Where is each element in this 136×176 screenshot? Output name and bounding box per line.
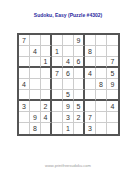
- cell-r2c6[interactable]: [74, 46, 85, 57]
- cell-r5c9-given[interactable]: 9: [107, 79, 118, 90]
- cell-r3c8[interactable]: [96, 57, 107, 68]
- cell-r4c1[interactable]: [19, 68, 30, 79]
- cell-r9c3[interactable]: [41, 123, 52, 134]
- cell-r8c6-given[interactable]: 2: [74, 112, 85, 123]
- sudoku-board: 794181467764548953295494327813: [17, 33, 120, 136]
- cell-r6c5-given[interactable]: 5: [63, 90, 74, 101]
- cell-r7c8[interactable]: [96, 101, 107, 112]
- cell-r2c3[interactable]: [41, 46, 52, 57]
- cell-r8c2-given[interactable]: 9: [30, 112, 41, 123]
- cell-r1c3[interactable]: [41, 35, 52, 46]
- cell-r8c3-given[interactable]: 4: [41, 112, 52, 123]
- cell-r6c3[interactable]: [41, 90, 52, 101]
- cell-r7c4[interactable]: [52, 101, 63, 112]
- cell-r9c4[interactable]: [52, 123, 63, 134]
- cell-r6c4[interactable]: [52, 90, 63, 101]
- cell-r9c6[interactable]: [74, 123, 85, 134]
- cell-r3c3-given[interactable]: 1: [41, 57, 52, 68]
- footer-url: www.printfreesudoku.com: [0, 163, 136, 168]
- cell-r6c9[interactable]: [107, 90, 118, 101]
- cell-r4c3[interactable]: [41, 68, 52, 79]
- cell-r8c7-given[interactable]: 7: [85, 112, 96, 123]
- sudoku-page: Sudoku, Easy (Puzzle #4302) 794181467764…: [0, 0, 136, 176]
- cell-r2c5[interactable]: [63, 46, 74, 57]
- cell-r5c8-given[interactable]: 8: [96, 79, 107, 90]
- cell-r1c6-given[interactable]: 9: [74, 35, 85, 46]
- cell-r9c7-given[interactable]: 3: [85, 123, 96, 134]
- cell-r3c6-given[interactable]: 6: [74, 57, 85, 68]
- cell-r5c7[interactable]: [85, 79, 96, 90]
- cell-r7c5-given[interactable]: 9: [63, 101, 74, 112]
- cell-r7c7[interactable]: [85, 101, 96, 112]
- cell-r1c9[interactable]: [107, 35, 118, 46]
- cell-r3c9-given[interactable]: 7: [107, 57, 118, 68]
- cell-r4c6[interactable]: [74, 68, 85, 79]
- cell-r4c4-given[interactable]: 7: [52, 68, 63, 79]
- cell-r2c8[interactable]: [96, 46, 107, 57]
- cell-r6c2[interactable]: [30, 90, 41, 101]
- cell-r4c7-given[interactable]: 4: [85, 68, 96, 79]
- cell-r2c2-given[interactable]: 4: [30, 46, 41, 57]
- cell-r8c9[interactable]: [107, 112, 118, 123]
- cell-r2c7-given[interactable]: 8: [85, 46, 96, 57]
- cell-r3c4[interactable]: [52, 57, 63, 68]
- cell-r1c5[interactable]: [63, 35, 74, 46]
- cell-r7c2[interactable]: [30, 101, 41, 112]
- page-title: Sudoku, Easy (Puzzle #4302): [0, 12, 136, 18]
- cell-r4c9-given[interactable]: 5: [107, 68, 118, 79]
- cell-r3c5-given[interactable]: 4: [63, 57, 74, 68]
- cell-r9c8[interactable]: [96, 123, 107, 134]
- cell-r7c3-given[interactable]: 2: [41, 101, 52, 112]
- cell-r7c1-given[interactable]: 3: [19, 101, 30, 112]
- cell-r8c5-given[interactable]: 3: [63, 112, 74, 123]
- cell-r5c6[interactable]: [74, 79, 85, 90]
- cell-r1c2[interactable]: [30, 35, 41, 46]
- cell-r9c9[interactable]: [107, 123, 118, 134]
- cell-r1c8[interactable]: [96, 35, 107, 46]
- cell-r8c8[interactable]: [96, 112, 107, 123]
- cell-r8c4[interactable]: [52, 112, 63, 123]
- cell-r6c1[interactable]: [19, 90, 30, 101]
- cell-r6c8[interactable]: [96, 90, 107, 101]
- cell-r4c2[interactable]: [30, 68, 41, 79]
- cell-r3c1[interactable]: [19, 57, 30, 68]
- cell-r5c4[interactable]: [52, 79, 63, 90]
- cell-r1c7[interactable]: [85, 35, 96, 46]
- cell-r4c5-given[interactable]: 6: [63, 68, 74, 79]
- cell-r5c1-given[interactable]: 4: [19, 79, 30, 90]
- cell-r2c4-given[interactable]: 1: [52, 46, 63, 57]
- cell-r9c2-given[interactable]: 8: [30, 123, 41, 134]
- cell-r2c1[interactable]: [19, 46, 30, 57]
- cell-r1c4[interactable]: [52, 35, 63, 46]
- cell-r2c9[interactable]: [107, 46, 118, 57]
- cell-r5c3[interactable]: [41, 79, 52, 90]
- cell-r3c2[interactable]: [30, 57, 41, 68]
- cell-r7c9-given[interactable]: 4: [107, 101, 118, 112]
- cell-r5c5[interactable]: [63, 79, 74, 90]
- cell-r8c1[interactable]: [19, 112, 30, 123]
- cell-r9c5-given[interactable]: 1: [63, 123, 74, 134]
- cell-r4c8[interactable]: [96, 68, 107, 79]
- cell-r6c7[interactable]: [85, 90, 96, 101]
- cell-r6c6[interactable]: [74, 90, 85, 101]
- cell-r5c2[interactable]: [30, 79, 41, 90]
- cell-r9c1[interactable]: [19, 123, 30, 134]
- cell-r1c1-given[interactable]: 7: [19, 35, 30, 46]
- cell-r3c7[interactable]: [85, 57, 96, 68]
- cell-r7c6-given[interactable]: 5: [74, 101, 85, 112]
